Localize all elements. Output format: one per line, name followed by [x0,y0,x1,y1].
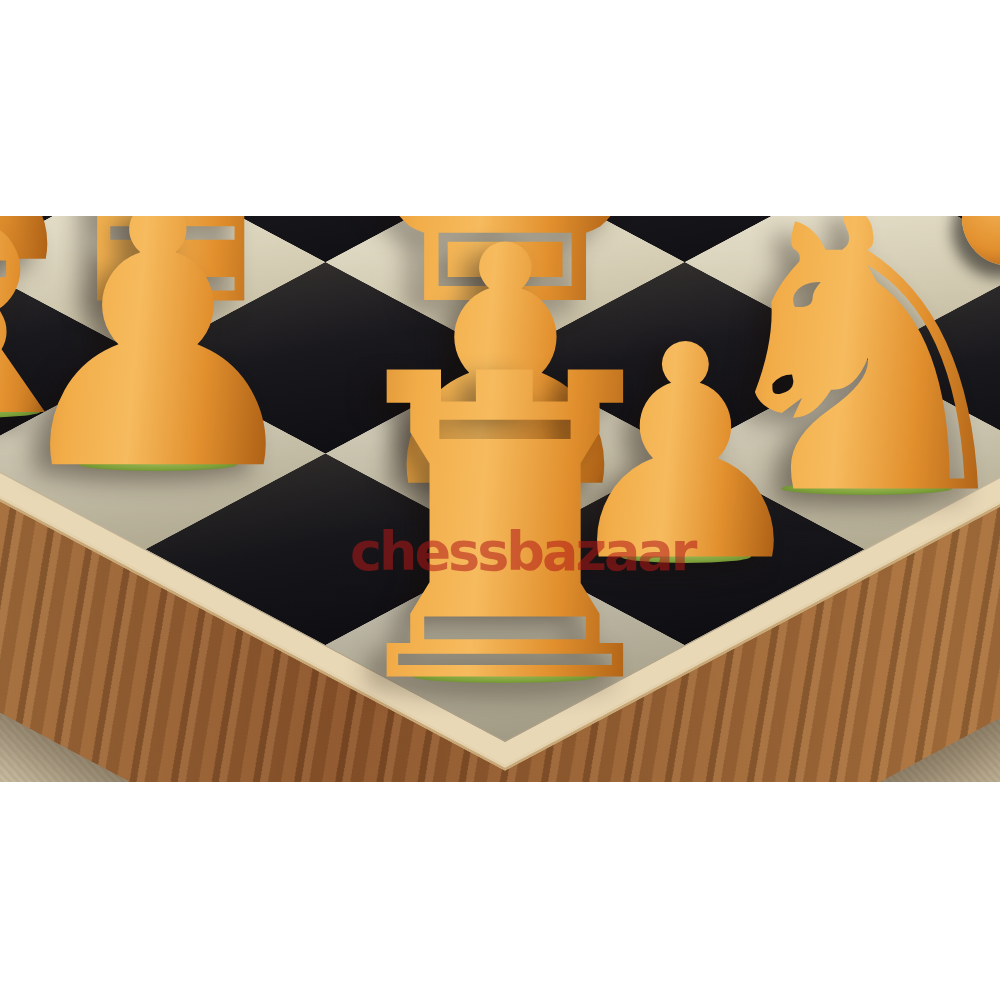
chess-board [0,216,1000,782]
top-white-margin [0,0,1000,216]
bottom-white-margin [0,782,1000,1000]
product-photo: ♟♛♚♝♟♟♞♟♜ chessbazaar [0,216,1000,782]
